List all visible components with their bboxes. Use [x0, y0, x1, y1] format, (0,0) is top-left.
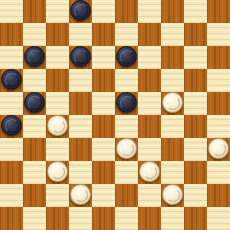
light-square [161, 69, 184, 92]
square-46[interactable] [0, 207, 23, 230]
light-square [184, 138, 207, 161]
square-25[interactable] [207, 92, 230, 115]
light-square [207, 207, 230, 230]
square-48[interactable] [92, 207, 115, 230]
light-square [184, 92, 207, 115]
square-23[interactable] [115, 92, 138, 115]
light-square [184, 0, 207, 23]
square-30[interactable] [184, 115, 207, 138]
light-square [46, 138, 69, 161]
black-man[interactable] [116, 46, 137, 67]
light-square [69, 23, 92, 46]
light-square [207, 115, 230, 138]
black-man[interactable] [24, 46, 45, 67]
light-square [184, 46, 207, 69]
square-43[interactable] [115, 184, 138, 207]
black-man[interactable] [116, 92, 137, 113]
square-44[interactable] [161, 184, 184, 207]
light-square [23, 207, 46, 230]
light-square [115, 23, 138, 46]
square-27[interactable] [46, 115, 69, 138]
light-square [92, 184, 115, 207]
light-square [115, 69, 138, 92]
light-square [161, 161, 184, 184]
light-square [0, 46, 23, 69]
white-man[interactable] [47, 161, 68, 182]
square-5[interactable] [207, 0, 230, 23]
light-square [46, 0, 69, 23]
square-32[interactable] [69, 138, 92, 161]
square-22[interactable] [69, 92, 92, 115]
square-24[interactable] [161, 92, 184, 115]
square-15[interactable] [207, 46, 230, 69]
light-square [92, 46, 115, 69]
black-man[interactable] [70, 46, 91, 67]
light-square [138, 0, 161, 23]
light-square [138, 92, 161, 115]
square-8[interactable] [92, 23, 115, 46]
black-man[interactable] [1, 69, 22, 90]
square-36[interactable] [0, 161, 23, 184]
square-20[interactable] [184, 69, 207, 92]
square-10[interactable] [184, 23, 207, 46]
square-45[interactable] [207, 184, 230, 207]
black-man[interactable] [24, 92, 45, 113]
light-square [138, 184, 161, 207]
light-square [115, 161, 138, 184]
white-man[interactable] [208, 138, 229, 159]
light-square [115, 115, 138, 138]
light-square [23, 69, 46, 92]
light-square [207, 23, 230, 46]
light-square [138, 46, 161, 69]
square-40[interactable] [184, 161, 207, 184]
light-square [46, 46, 69, 69]
light-square [69, 69, 92, 92]
light-square [23, 161, 46, 184]
light-square [138, 138, 161, 161]
light-square [0, 138, 23, 161]
square-21[interactable] [23, 92, 46, 115]
square-16[interactable] [0, 69, 23, 92]
white-man[interactable] [162, 92, 183, 113]
square-17[interactable] [46, 69, 69, 92]
square-18[interactable] [92, 69, 115, 92]
square-28[interactable] [92, 115, 115, 138]
square-35[interactable] [207, 138, 230, 161]
square-31[interactable] [23, 138, 46, 161]
square-4[interactable] [161, 0, 184, 23]
white-man[interactable] [162, 184, 183, 205]
light-square [207, 69, 230, 92]
black-man[interactable] [1, 115, 22, 136]
white-man[interactable] [116, 138, 137, 159]
white-man[interactable] [47, 115, 68, 136]
square-7[interactable] [46, 23, 69, 46]
light-square [184, 184, 207, 207]
square-38[interactable] [92, 161, 115, 184]
square-41[interactable] [23, 184, 46, 207]
light-square [92, 138, 115, 161]
light-square [161, 115, 184, 138]
square-47[interactable] [46, 207, 69, 230]
light-square [207, 161, 230, 184]
light-square [46, 184, 69, 207]
light-square [46, 92, 69, 115]
square-3[interactable] [115, 0, 138, 23]
square-50[interactable] [184, 207, 207, 230]
square-19[interactable] [138, 69, 161, 92]
light-square [23, 23, 46, 46]
light-square [92, 0, 115, 23]
square-9[interactable] [138, 23, 161, 46]
white-man[interactable] [70, 184, 91, 205]
square-42[interactable] [69, 184, 92, 207]
square-29[interactable] [138, 115, 161, 138]
light-square [0, 184, 23, 207]
light-square [0, 0, 23, 23]
square-26[interactable] [0, 115, 23, 138]
light-square [0, 92, 23, 115]
square-49[interactable] [138, 207, 161, 230]
square-13[interactable] [115, 46, 138, 69]
light-square [161, 207, 184, 230]
square-39[interactable] [138, 161, 161, 184]
light-square [92, 92, 115, 115]
square-33[interactable] [115, 138, 138, 161]
square-11[interactable] [23, 46, 46, 69]
square-14[interactable] [161, 46, 184, 69]
square-37[interactable] [46, 161, 69, 184]
draughts-board [0, 0, 230, 230]
black-man[interactable] [70, 0, 91, 21]
square-6[interactable] [0, 23, 23, 46]
light-square [23, 115, 46, 138]
light-square [69, 161, 92, 184]
square-1[interactable] [23, 0, 46, 23]
square-34[interactable] [161, 138, 184, 161]
light-square [69, 207, 92, 230]
light-square [161, 23, 184, 46]
light-square [69, 115, 92, 138]
square-2[interactable] [69, 0, 92, 23]
white-man[interactable] [139, 161, 160, 182]
light-square [115, 207, 138, 230]
square-12[interactable] [69, 46, 92, 69]
